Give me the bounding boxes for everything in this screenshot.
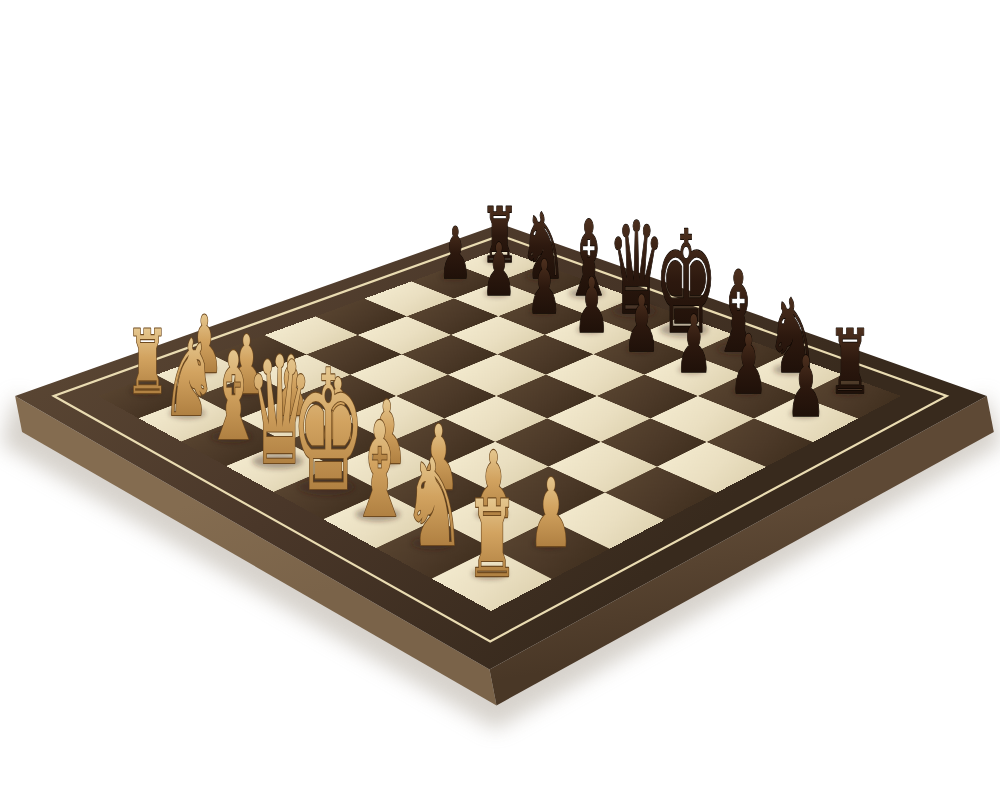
piece-black-rook[interactable]: ♜ xyxy=(828,310,872,414)
pieces-layer: ♜♞♟♝♟♛♟♚♟♝♟♞♟♟♜♟♟♜♞♟♟♝♟♛♟♚♟♝♟♞♟♜ xyxy=(0,0,1000,800)
piece-black-pawn[interactable]: ♟ xyxy=(730,318,768,412)
piece-black-pawn[interactable]: ♟ xyxy=(675,298,712,391)
piece-black-pawn[interactable]: ♟ xyxy=(787,338,826,436)
piece-white-rook[interactable]: ♜ xyxy=(466,478,518,601)
chess-set-photo: ♜♞♟♝♟♛♟♚♟♝♟♞♟♟♜♟♟♜♞♟♟♝♟♛♟♚♟♝♟♞♟♜ xyxy=(0,0,1000,800)
piece-black-pawn[interactable]: ♟ xyxy=(439,212,472,295)
piece-black-pawn[interactable]: ♟ xyxy=(527,244,562,331)
piece-black-pawn[interactable]: ♟ xyxy=(623,280,659,370)
piece-white-bishop[interactable]: ♝ xyxy=(349,395,410,548)
piece-black-pawn[interactable]: ♟ xyxy=(482,228,516,313)
piece-white-knight[interactable]: ♞ xyxy=(403,433,466,574)
piece-white-pawn[interactable]: ♟ xyxy=(529,458,573,568)
piece-black-pawn[interactable]: ♟ xyxy=(574,261,609,349)
